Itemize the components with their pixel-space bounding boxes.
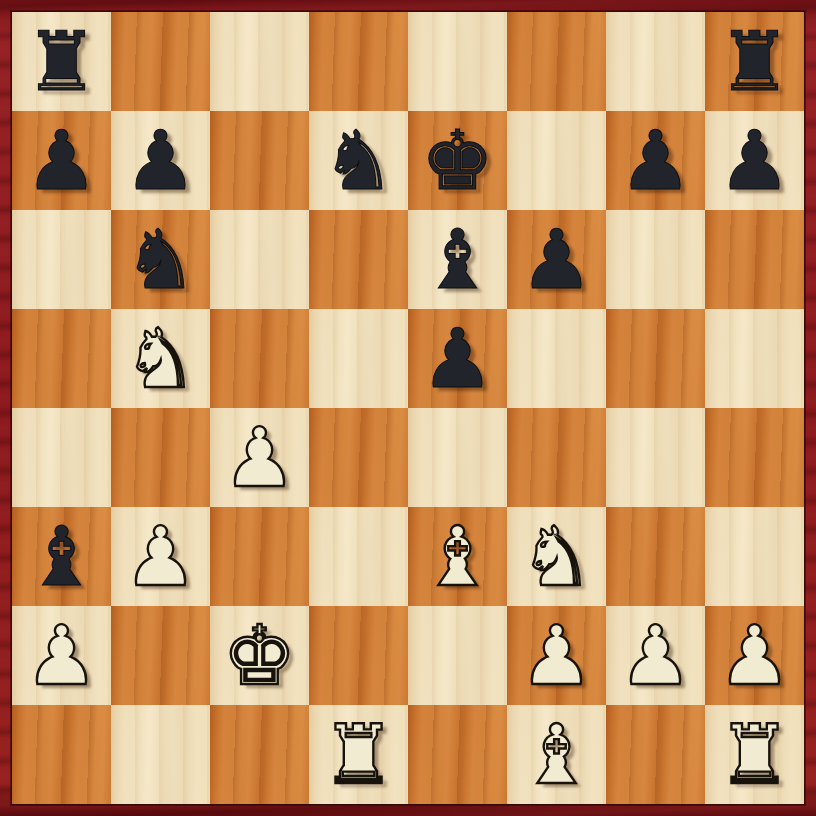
square-b1[interactable] — [111, 705, 210, 804]
square-d1[interactable]: ♜ — [309, 705, 408, 804]
square-f4[interactable] — [507, 408, 606, 507]
square-a2[interactable]: ♟ — [12, 606, 111, 705]
square-e7[interactable]: ♚ — [408, 111, 507, 210]
square-c2[interactable]: ♚ — [210, 606, 309, 705]
chess-board: ♜♜♟♟♞♚♟♟♞♝♟♞♟♟♝♟♝♞♟♚♟♟♟♜♝♜ — [12, 12, 804, 804]
square-c3[interactable] — [210, 507, 309, 606]
white-knight-b5[interactable]: ♞ — [124, 309, 198, 408]
square-h6[interactable] — [705, 210, 804, 309]
square-d7[interactable]: ♞ — [309, 111, 408, 210]
square-c8[interactable] — [210, 12, 309, 111]
square-g7[interactable]: ♟ — [606, 111, 705, 210]
square-d3[interactable] — [309, 507, 408, 606]
square-b3[interactable]: ♟ — [111, 507, 210, 606]
square-a3[interactable]: ♝ — [12, 507, 111, 606]
square-c5[interactable] — [210, 309, 309, 408]
white-rook-d1[interactable]: ♜ — [322, 705, 396, 804]
square-a6[interactable] — [12, 210, 111, 309]
square-b5[interactable]: ♞ — [111, 309, 210, 408]
square-e1[interactable] — [408, 705, 507, 804]
square-b8[interactable] — [111, 12, 210, 111]
white-pawn-b3[interactable]: ♟ — [124, 507, 198, 606]
square-c4[interactable]: ♟ — [210, 408, 309, 507]
square-b2[interactable] — [111, 606, 210, 705]
square-b6[interactable]: ♞ — [111, 210, 210, 309]
square-c7[interactable] — [210, 111, 309, 210]
square-f6[interactable]: ♟ — [507, 210, 606, 309]
square-d8[interactable] — [309, 12, 408, 111]
square-g6[interactable] — [606, 210, 705, 309]
square-d4[interactable] — [309, 408, 408, 507]
black-pawn-a7[interactable]: ♟ — [25, 111, 99, 210]
square-b7[interactable]: ♟ — [111, 111, 210, 210]
black-rook-a8[interactable]: ♜ — [25, 12, 99, 111]
black-pawn-b7[interactable]: ♟ — [124, 111, 198, 210]
square-g4[interactable] — [606, 408, 705, 507]
square-f3[interactable]: ♞ — [507, 507, 606, 606]
square-a1[interactable] — [12, 705, 111, 804]
square-f2[interactable]: ♟ — [507, 606, 606, 705]
square-g8[interactable] — [606, 12, 705, 111]
black-bishop-a3[interactable]: ♝ — [25, 507, 99, 606]
black-pawn-f6[interactable]: ♟ — [520, 210, 594, 309]
white-pawn-g2[interactable]: ♟ — [619, 606, 693, 705]
square-b4[interactable] — [111, 408, 210, 507]
square-g3[interactable] — [606, 507, 705, 606]
square-e8[interactable] — [408, 12, 507, 111]
square-h2[interactable]: ♟ — [705, 606, 804, 705]
square-d5[interactable] — [309, 309, 408, 408]
white-pawn-a2[interactable]: ♟ — [25, 606, 99, 705]
white-bishop-e3[interactable]: ♝ — [421, 507, 495, 606]
square-e3[interactable]: ♝ — [408, 507, 507, 606]
square-h7[interactable]: ♟ — [705, 111, 804, 210]
square-h5[interactable] — [705, 309, 804, 408]
square-g5[interactable] — [606, 309, 705, 408]
square-c6[interactable] — [210, 210, 309, 309]
white-bishop-f1[interactable]: ♝ — [520, 705, 594, 804]
square-h4[interactable] — [705, 408, 804, 507]
black-rook-h8[interactable]: ♜ — [718, 12, 792, 111]
square-d2[interactable] — [309, 606, 408, 705]
square-h1[interactable]: ♜ — [705, 705, 804, 804]
square-c1[interactable] — [210, 705, 309, 804]
square-f8[interactable] — [507, 12, 606, 111]
square-e2[interactable] — [408, 606, 507, 705]
square-a7[interactable]: ♟ — [12, 111, 111, 210]
square-a4[interactable] — [12, 408, 111, 507]
square-g1[interactable] — [606, 705, 705, 804]
black-pawn-h7[interactable]: ♟ — [718, 111, 792, 210]
square-h3[interactable] — [705, 507, 804, 606]
square-d6[interactable] — [309, 210, 408, 309]
black-bishop-e6[interactable]: ♝ — [421, 210, 495, 309]
white-rook-h1[interactable]: ♜ — [718, 705, 792, 804]
black-pawn-g7[interactable]: ♟ — [619, 111, 693, 210]
square-e6[interactable]: ♝ — [408, 210, 507, 309]
square-e5[interactable]: ♟ — [408, 309, 507, 408]
square-f1[interactable]: ♝ — [507, 705, 606, 804]
black-pawn-e5[interactable]: ♟ — [421, 309, 495, 408]
black-knight-b6[interactable]: ♞ — [124, 210, 198, 309]
white-king-c2[interactable]: ♚ — [223, 606, 297, 705]
square-a8[interactable]: ♜ — [12, 12, 111, 111]
square-g2[interactable]: ♟ — [606, 606, 705, 705]
white-pawn-f2[interactable]: ♟ — [520, 606, 594, 705]
square-a5[interactable] — [12, 309, 111, 408]
square-f5[interactable] — [507, 309, 606, 408]
white-pawn-c4[interactable]: ♟ — [223, 408, 297, 507]
white-knight-f3[interactable]: ♞ — [520, 507, 594, 606]
square-h8[interactable]: ♜ — [705, 12, 804, 111]
square-f7[interactable] — [507, 111, 606, 210]
black-knight-d7[interactable]: ♞ — [322, 111, 396, 210]
black-king-e7[interactable]: ♚ — [421, 111, 495, 210]
board-frame: ♜♜♟♟♞♚♟♟♞♝♟♞♟♟♝♟♝♞♟♚♟♟♟♜♝♜ — [0, 0, 816, 816]
square-e4[interactable] — [408, 408, 507, 507]
white-pawn-h2[interactable]: ♟ — [718, 606, 792, 705]
